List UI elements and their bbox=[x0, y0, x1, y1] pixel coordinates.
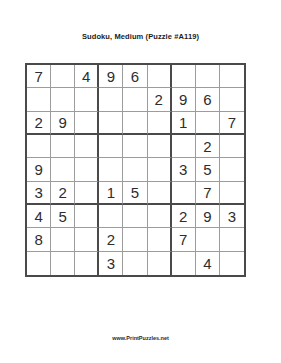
cell-r4c3 bbox=[75, 135, 99, 158]
cell-r3c6 bbox=[148, 112, 172, 135]
cell-r1c7 bbox=[172, 65, 196, 88]
cell-r6c9 bbox=[220, 182, 244, 205]
cell-r6c5: 5 bbox=[123, 182, 147, 205]
cell-r7c2: 5 bbox=[51, 205, 75, 228]
cell-r7c9: 3 bbox=[220, 205, 244, 228]
cell-r3c4 bbox=[99, 112, 123, 135]
cell-r8c8 bbox=[196, 228, 220, 251]
cell-r5c4 bbox=[99, 158, 123, 181]
cell-r8c4: 2 bbox=[99, 228, 123, 251]
cell-r5c7: 3 bbox=[172, 158, 196, 181]
cell-r3c7: 1 bbox=[172, 112, 196, 135]
cell-r2c2 bbox=[51, 88, 75, 111]
cell-r7c6 bbox=[148, 205, 172, 228]
cell-r7c8: 9 bbox=[196, 205, 220, 228]
cell-r3c9: 7 bbox=[220, 112, 244, 135]
cell-r4c2 bbox=[51, 135, 75, 158]
page-title: Sudoku, Medium (Puzzle #A119) bbox=[0, 32, 281, 41]
cell-r8c7: 7 bbox=[172, 228, 196, 251]
cell-r2c6: 2 bbox=[148, 88, 172, 111]
cell-r8c9 bbox=[220, 228, 244, 251]
cell-r4c6 bbox=[148, 135, 172, 158]
cell-r1c4: 9 bbox=[99, 65, 123, 88]
cell-r9c1 bbox=[27, 252, 51, 275]
cell-r8c5 bbox=[123, 228, 147, 251]
cell-r5c6 bbox=[148, 158, 172, 181]
cell-r4c5 bbox=[123, 135, 147, 158]
cell-r9c5 bbox=[123, 252, 147, 275]
cell-r7c7: 2 bbox=[172, 205, 196, 228]
cell-r1c6 bbox=[148, 65, 172, 88]
cell-r1c1: 7 bbox=[27, 65, 51, 88]
cell-r9c3 bbox=[75, 252, 99, 275]
cell-r5c1: 9 bbox=[27, 158, 51, 181]
cell-r9c2 bbox=[51, 252, 75, 275]
cell-r7c1: 4 bbox=[27, 205, 51, 228]
cell-r6c3 bbox=[75, 182, 99, 205]
cell-r6c1: 3 bbox=[27, 182, 51, 205]
cell-r8c1: 8 bbox=[27, 228, 51, 251]
cell-r5c5 bbox=[123, 158, 147, 181]
cell-r4c1 bbox=[27, 135, 51, 158]
cell-r1c5: 6 bbox=[123, 65, 147, 88]
cell-r7c3 bbox=[75, 205, 99, 228]
cell-r9c7 bbox=[172, 252, 196, 275]
cell-r6c6 bbox=[148, 182, 172, 205]
cell-r8c6 bbox=[148, 228, 172, 251]
cell-r9c6 bbox=[148, 252, 172, 275]
cell-r9c9 bbox=[220, 252, 244, 275]
cell-r4c7 bbox=[172, 135, 196, 158]
cell-r4c8: 2 bbox=[196, 135, 220, 158]
cell-r9c4: 3 bbox=[99, 252, 123, 275]
cell-r3c2: 9 bbox=[51, 112, 75, 135]
cell-r4c9 bbox=[220, 135, 244, 158]
cell-r1c3: 4 bbox=[75, 65, 99, 88]
cell-r6c8: 7 bbox=[196, 182, 220, 205]
cell-r9c8: 4 bbox=[196, 252, 220, 275]
cell-r8c3 bbox=[75, 228, 99, 251]
cell-r4c4 bbox=[99, 135, 123, 158]
cell-r2c9 bbox=[220, 88, 244, 111]
cell-r2c3 bbox=[75, 88, 99, 111]
cell-r2c7: 9 bbox=[172, 88, 196, 111]
cell-r1c8 bbox=[196, 65, 220, 88]
cell-r2c5 bbox=[123, 88, 147, 111]
cell-r5c2 bbox=[51, 158, 75, 181]
cell-r6c7 bbox=[172, 182, 196, 205]
cell-r1c2 bbox=[51, 65, 75, 88]
cell-r5c9 bbox=[220, 158, 244, 181]
cell-r5c8: 5 bbox=[196, 158, 220, 181]
cell-r3c8 bbox=[196, 112, 220, 135]
cell-r6c2: 2 bbox=[51, 182, 75, 205]
cell-r7c5 bbox=[123, 205, 147, 228]
cell-r2c1 bbox=[27, 88, 51, 111]
cell-r6c4: 1 bbox=[99, 182, 123, 205]
cell-r5c3 bbox=[75, 158, 99, 181]
cell-r2c4 bbox=[99, 88, 123, 111]
cell-r3c3 bbox=[75, 112, 99, 135]
cell-r8c2 bbox=[51, 228, 75, 251]
cell-r3c1: 2 bbox=[27, 112, 51, 135]
footer-site-url: www.PrintPuzzles.net bbox=[0, 335, 281, 341]
sudoku-board: 749629629172935321574529382734 bbox=[25, 63, 246, 277]
cell-r1c9 bbox=[220, 65, 244, 88]
cell-r3c5 bbox=[123, 112, 147, 135]
cell-r2c8: 6 bbox=[196, 88, 220, 111]
cell-r7c4 bbox=[99, 205, 123, 228]
